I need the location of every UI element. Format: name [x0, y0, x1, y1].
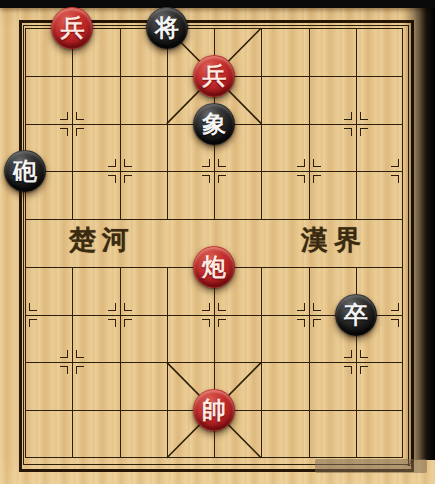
- board-cell: [261, 362, 308, 410]
- piece-red-general[interactable]: 帥: [193, 389, 235, 431]
- board-cell: [309, 410, 356, 458]
- board-cell: [120, 362, 167, 410]
- river-label-right: 漢界: [286, 224, 382, 256]
- river-label-left: 楚河: [54, 224, 150, 256]
- watermark-glyph: z: [407, 457, 412, 468]
- board-cell: [356, 28, 403, 76]
- piece-black-general[interactable]: 将: [146, 7, 188, 49]
- piece-black-elephant[interactable]: 象: [193, 103, 235, 145]
- board-cell: [120, 410, 167, 458]
- board-cell: [261, 76, 308, 124]
- board-cell: [261, 410, 308, 458]
- piece-black-soldier[interactable]: 卒: [335, 294, 377, 336]
- board-cell: [356, 410, 403, 458]
- board-cell: [25, 410, 72, 458]
- xiangqi-game-screen: 楚河 漢界 兵将兵象砲炮卒帥 z: [0, 0, 435, 484]
- board-cell: [309, 28, 356, 76]
- piece-red-soldier[interactable]: 兵: [51, 7, 93, 49]
- piece-red-cannon[interactable]: 炮: [193, 246, 235, 288]
- piece-red-soldier[interactable]: 兵: [193, 55, 235, 97]
- board-cell: [261, 28, 308, 76]
- board-cell: [72, 410, 119, 458]
- board-cell: [120, 76, 167, 124]
- letterbox-bar-top: [0, 0, 435, 8]
